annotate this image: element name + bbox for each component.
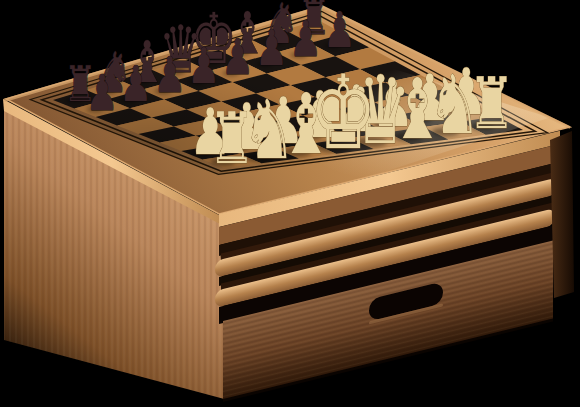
product-photo-scene: ♜♞♟♝♟♚♟♛♟♝♟♞♟♟♜♟♟♟♟♜♟♞♟♝♛♟♚♟♝♟♞♜: [0, 0, 580, 407]
piece-black-pawn-g7[interactable]: ♟: [120, 56, 153, 113]
piece-black-pawn-a7[interactable]: ♟: [323, 2, 356, 59]
piece-white-rook-h1[interactable]: ♜: [208, 97, 255, 180]
box-right-corner-post: [550, 131, 574, 298]
piece-black-pawn-c7[interactable]: ♟: [255, 20, 288, 77]
piece-black-pawn-e7[interactable]: ♟: [187, 38, 220, 95]
chess-box-illustration: ♜♞♟♝♟♚♟♛♟♝♟♞♟♟♜♟♟♟♟♜♟♞♟♝♛♟♚♟♝♟♞♜: [0, 0, 580, 407]
piece-black-pawn-d7[interactable]: ♟: [221, 29, 254, 86]
piece-black-pawn-f7[interactable]: ♟: [154, 47, 187, 104]
piece-black-pawn-h7[interactable]: ♟: [86, 65, 119, 122]
